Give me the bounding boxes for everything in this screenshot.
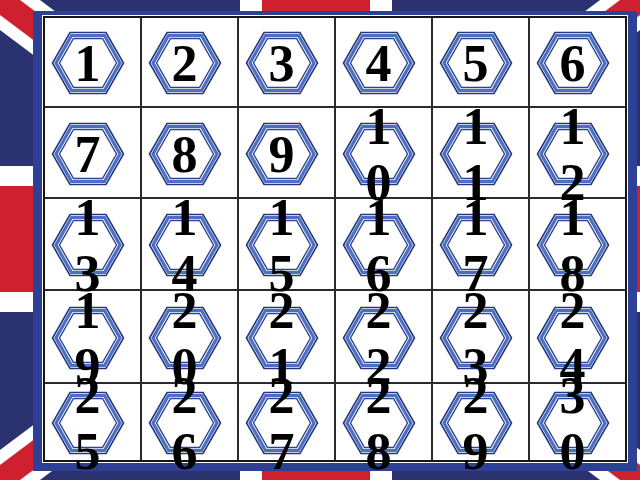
cell-26[interactable]: 26	[142, 384, 237, 460]
cell-number: 8	[168, 127, 202, 183]
cell-13[interactable]: 13	[45, 199, 140, 289]
cell-10[interactable]: 10	[336, 108, 431, 197]
cell-5[interactable]: 5	[433, 18, 528, 106]
cell-30[interactable]: 30	[530, 384, 625, 460]
cell-number: 29	[459, 368, 493, 480]
cell-number: 28	[362, 368, 396, 480]
cell-4[interactable]: 4	[336, 18, 431, 106]
cell-number: 7	[71, 127, 105, 183]
cell-number: 2	[168, 36, 202, 92]
cell-number: 3	[265, 36, 299, 92]
cell-8[interactable]: 8	[142, 108, 237, 197]
cell-15[interactable]: 15	[239, 199, 334, 289]
cell-number: 27	[265, 368, 299, 480]
cell-12[interactable]: 12	[530, 108, 625, 197]
cell-number: 9	[265, 127, 299, 183]
cell-25[interactable]: 25	[45, 384, 140, 460]
cell-number: 5	[459, 36, 493, 92]
cell-number: 1	[71, 36, 105, 92]
cell-number: 30	[556, 368, 590, 480]
cell-6[interactable]: 6	[530, 18, 625, 106]
cell-9[interactable]: 9	[239, 108, 334, 197]
cell-number: 4	[362, 36, 396, 92]
cell-14[interactable]: 14	[142, 199, 237, 289]
cell-27[interactable]: 27	[239, 384, 334, 460]
number-board-frame: 1 2 3 4 5	[33, 11, 637, 471]
cell-17[interactable]: 17	[433, 199, 528, 289]
number-board: 1 2 3 4 5	[43, 16, 627, 462]
cell-7[interactable]: 7	[45, 108, 140, 197]
cell-1[interactable]: 1	[45, 18, 140, 106]
cell-29[interactable]: 29	[433, 384, 528, 460]
slide-canvas: 1 2 3 4 5	[0, 0, 640, 480]
cell-11[interactable]: 11	[433, 108, 528, 197]
number-grid: 1 2 3 4 5	[45, 18, 625, 460]
cell-18[interactable]: 18	[530, 199, 625, 289]
cell-number: 6	[556, 36, 590, 92]
cell-number: 25	[71, 368, 105, 480]
cell-3[interactable]: 3	[239, 18, 334, 106]
cell-28[interactable]: 28	[336, 384, 431, 460]
cell-number: 26	[168, 368, 202, 480]
cell-16[interactable]: 16	[336, 199, 431, 289]
cell-2[interactable]: 2	[142, 18, 237, 106]
